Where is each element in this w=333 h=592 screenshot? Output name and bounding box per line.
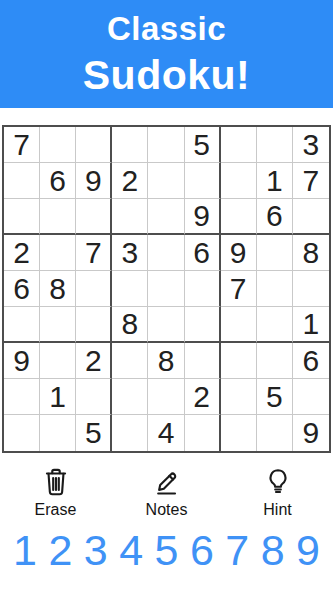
sudoku-cell-r1c3[interactable]: [76, 127, 112, 163]
sudoku-cell-r6c4[interactable]: 8: [112, 307, 148, 343]
numpad-1[interactable]: 1: [13, 526, 37, 574]
sudoku-cell-r7c9[interactable]: 6: [293, 343, 329, 379]
sudoku-cell-r6c1[interactable]: [4, 307, 40, 343]
numpad-4[interactable]: 4: [119, 526, 143, 574]
sudoku-cell-r7c7[interactable]: [221, 343, 257, 379]
sudoku-cell-r6c3[interactable]: [76, 307, 112, 343]
sudoku-app: Classic Sudoku! 753692179627369868781928…: [0, 0, 333, 592]
sudoku-cell-r8c3[interactable]: [76, 379, 112, 415]
sudoku-cell-r7c4[interactable]: [112, 343, 148, 379]
number-pad: 123456789: [0, 526, 333, 574]
sudoku-cell-r2c1[interactable]: [4, 163, 40, 199]
erase-button[interactable]: Erase: [6, 466, 106, 519]
sudoku-cell-r3c7[interactable]: [221, 199, 257, 235]
sudoku-cell-r8c9[interactable]: [293, 379, 329, 415]
numpad-3[interactable]: 3: [84, 526, 108, 574]
sudoku-cell-r8c1[interactable]: [4, 379, 40, 415]
sudoku-cell-r6c5[interactable]: [148, 307, 184, 343]
sudoku-cell-r3c5[interactable]: [148, 199, 184, 235]
sudoku-cell-r4c9[interactable]: 8: [293, 235, 329, 271]
sudoku-cell-r3c4[interactable]: [112, 199, 148, 235]
sudoku-cell-r1c6[interactable]: 5: [185, 127, 221, 163]
sudoku-cell-r1c8[interactable]: [257, 127, 293, 163]
sudoku-cell-r3c1[interactable]: [4, 199, 40, 235]
numpad-8[interactable]: 8: [261, 526, 285, 574]
sudoku-cell-r8c2[interactable]: 1: [40, 379, 76, 415]
sudoku-cell-r4c8[interactable]: [257, 235, 293, 271]
sudoku-cell-r9c2[interactable]: [40, 415, 76, 451]
sudoku-cell-r9c8[interactable]: [257, 415, 293, 451]
sudoku-cell-r5c6[interactable]: [185, 271, 221, 307]
sudoku-cell-r8c8[interactable]: 5: [257, 379, 293, 415]
sudoku-cell-r1c7[interactable]: [221, 127, 257, 163]
sudoku-cell-r9c3[interactable]: 5: [76, 415, 112, 451]
sudoku-cell-r6c9[interactable]: 1: [293, 307, 329, 343]
sudoku-cell-r2c6[interactable]: [185, 163, 221, 199]
trash-icon: [40, 466, 72, 498]
sudoku-cell-r4c6[interactable]: 6: [185, 235, 221, 271]
erase-label: Erase: [35, 500, 77, 519]
sudoku-cell-r7c1[interactable]: 9: [4, 343, 40, 379]
sudoku-cell-r1c5[interactable]: [148, 127, 184, 163]
sudoku-cell-r6c2[interactable]: [40, 307, 76, 343]
sudoku-cell-r4c2[interactable]: [40, 235, 76, 271]
sudoku-cell-r3c3[interactable]: [76, 199, 112, 235]
sudoku-cell-r5c4[interactable]: [112, 271, 148, 307]
sudoku-cell-r8c4[interactable]: [112, 379, 148, 415]
sudoku-cell-r7c5[interactable]: 8: [148, 343, 184, 379]
numpad-6[interactable]: 6: [190, 526, 214, 574]
sudoku-cell-r1c2[interactable]: [40, 127, 76, 163]
title-line-2: Sudoku!: [83, 50, 250, 100]
sudoku-cell-r5c5[interactable]: [148, 271, 184, 307]
sudoku-cell-r7c2[interactable]: [40, 343, 76, 379]
app-header: Classic Sudoku!: [0, 0, 333, 108]
sudoku-cell-r3c8[interactable]: 6: [257, 199, 293, 235]
sudoku-cell-r7c6[interactable]: [185, 343, 221, 379]
sudoku-cell-r2c3[interactable]: 9: [76, 163, 112, 199]
sudoku-cell-r5c1[interactable]: 6: [4, 271, 40, 307]
pencil-icon: [151, 466, 183, 498]
sudoku-cell-r5c7[interactable]: 7: [221, 271, 257, 307]
sudoku-cell-r9c5[interactable]: 4: [148, 415, 184, 451]
sudoku-cell-r5c2[interactable]: 8: [40, 271, 76, 307]
sudoku-cell-r4c3[interactable]: 7: [76, 235, 112, 271]
sudoku-cell-r2c5[interactable]: [148, 163, 184, 199]
hint-label: Hint: [263, 500, 291, 519]
sudoku-cell-r3c2[interactable]: [40, 199, 76, 235]
sudoku-cell-r7c8[interactable]: [257, 343, 293, 379]
sudoku-cell-r3c6[interactable]: 9: [185, 199, 221, 235]
sudoku-cell-r2c4[interactable]: 2: [112, 163, 148, 199]
sudoku-board: 7536921796273698687819286125549: [2, 125, 331, 453]
sudoku-cell-r5c9[interactable]: [293, 271, 329, 307]
sudoku-cell-r2c2[interactable]: 6: [40, 163, 76, 199]
sudoku-cell-r1c9[interactable]: 3: [293, 127, 329, 163]
sudoku-cell-r9c1[interactable]: [4, 415, 40, 451]
title-line-1: Classic: [107, 8, 226, 50]
sudoku-cell-r2c7[interactable]: [221, 163, 257, 199]
sudoku-cell-r5c3[interactable]: [76, 271, 112, 307]
numpad-7[interactable]: 7: [225, 526, 249, 574]
numpad-9[interactable]: 9: [296, 526, 320, 574]
sudoku-cell-r3c9[interactable]: [293, 199, 329, 235]
sudoku-cell-r2c8[interactable]: 1: [257, 163, 293, 199]
sudoku-cell-r4c5[interactable]: [148, 235, 184, 271]
notes-button[interactable]: Notes: [117, 466, 217, 519]
sudoku-cell-r9c6[interactable]: [185, 415, 221, 451]
numpad-5[interactable]: 5: [155, 526, 179, 574]
sudoku-cell-r8c6[interactable]: 2: [185, 379, 221, 415]
sudoku-cell-r4c7[interactable]: 9: [221, 235, 257, 271]
sudoku-cell-r4c4[interactable]: 3: [112, 235, 148, 271]
sudoku-cell-r8c7[interactable]: [221, 379, 257, 415]
sudoku-cell-r1c4[interactable]: [112, 127, 148, 163]
sudoku-cell-r9c7[interactable]: [221, 415, 257, 451]
sudoku-cell-r4c1[interactable]: 2: [4, 235, 40, 271]
sudoku-cell-r1c1[interactable]: 7: [4, 127, 40, 163]
sudoku-cell-r5c8[interactable]: [257, 271, 293, 307]
sudoku-cell-r8c5[interactable]: [148, 379, 184, 415]
lightbulb-icon: [262, 466, 294, 498]
sudoku-cell-r7c3[interactable]: 2: [76, 343, 112, 379]
notes-label: Notes: [146, 500, 188, 519]
sudoku-cell-r2c9[interactable]: 7: [293, 163, 329, 199]
numpad-2[interactable]: 2: [48, 526, 72, 574]
sudoku-cell-r9c9[interactable]: 9: [293, 415, 329, 451]
sudoku-cell-r6c8[interactable]: [257, 307, 293, 343]
sudoku-cell-r6c6[interactable]: [185, 307, 221, 343]
toolbar: Erase Notes Hint: [0, 466, 333, 519]
hint-button[interactable]: Hint: [228, 466, 328, 519]
sudoku-cell-r6c7[interactable]: [221, 307, 257, 343]
sudoku-cell-r9c4[interactable]: [112, 415, 148, 451]
